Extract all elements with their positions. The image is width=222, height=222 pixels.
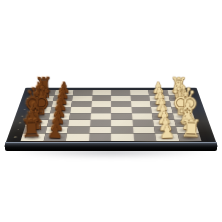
square-g5 xyxy=(89,126,111,133)
square-d4 xyxy=(111,107,131,113)
square-f4 xyxy=(111,120,132,127)
square-e4 xyxy=(111,113,132,119)
chess-set-product-photo: ♜♟♟♜♞♟♟♞♝♟♟♝♛♟♟♛♚♟♟♚♝♟♟♝♞♟♟♞♜♟♟♜ ABCDEFG… xyxy=(0,0,222,222)
square-d5 xyxy=(91,107,111,113)
chess-board: ♜♟♟♜♞♟♟♞♝♟♟♝♛♟♟♛♚♟♟♚♝♟♟♝♞♟♟♞♜♟♟♜ ABCDEFG… xyxy=(4,88,218,147)
square-g4 xyxy=(111,126,133,133)
board-perspective-wrap: ♜♟♟♜♞♟♟♞♝♟♟♝♛♟♟♛♚♟♟♚♝♟♟♝♞♟♟♞♜♟♟♜ ABCDEFG… xyxy=(16,14,206,214)
black-pawn: ♟ xyxy=(39,123,71,142)
square-h1: ♜ xyxy=(177,134,201,142)
square-h7: ♟ xyxy=(43,134,67,142)
chess-grid: ♜♟♟♜♞♟♟♞♝♟♟♝♛♟♟♛♚♟♟♚♝♟♟♝♞♟♟♞♜♟♟♜ xyxy=(21,90,202,141)
square-f5 xyxy=(90,120,111,127)
square-e5 xyxy=(90,113,111,119)
square-h4 xyxy=(111,134,134,142)
white-rook: ♜ xyxy=(174,116,206,141)
square-h5 xyxy=(88,134,111,142)
board-front-edge xyxy=(5,142,217,151)
